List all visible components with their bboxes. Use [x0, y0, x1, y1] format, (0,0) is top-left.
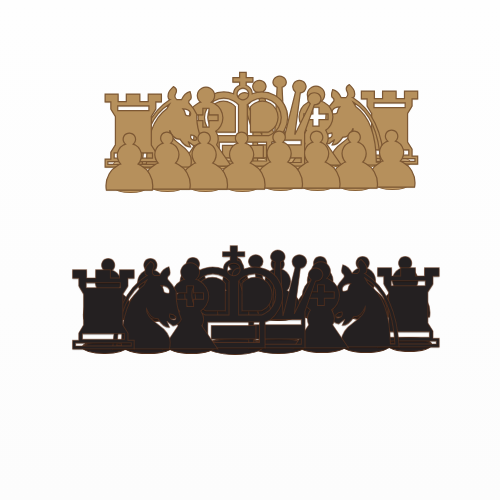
pieces-layer: ♜♞♝♛♚♝♞♜♟♟♟♟♟♟♟♟♟♟♟♟♟♟♟♟♜♞♝♛♚♝♞♜: [0, 0, 500, 500]
piece-white-pawn[interactable]: ♟: [83, 124, 177, 202]
piece-black-rook[interactable]: ♜: [38, 257, 169, 366]
chess-set-photo: ♜♞♝♛♚♝♞♜♟♟♟♟♟♟♟♟♟♟♟♟♟♟♟♟♜♞♝♛♚♝♞♜: [0, 0, 500, 500]
